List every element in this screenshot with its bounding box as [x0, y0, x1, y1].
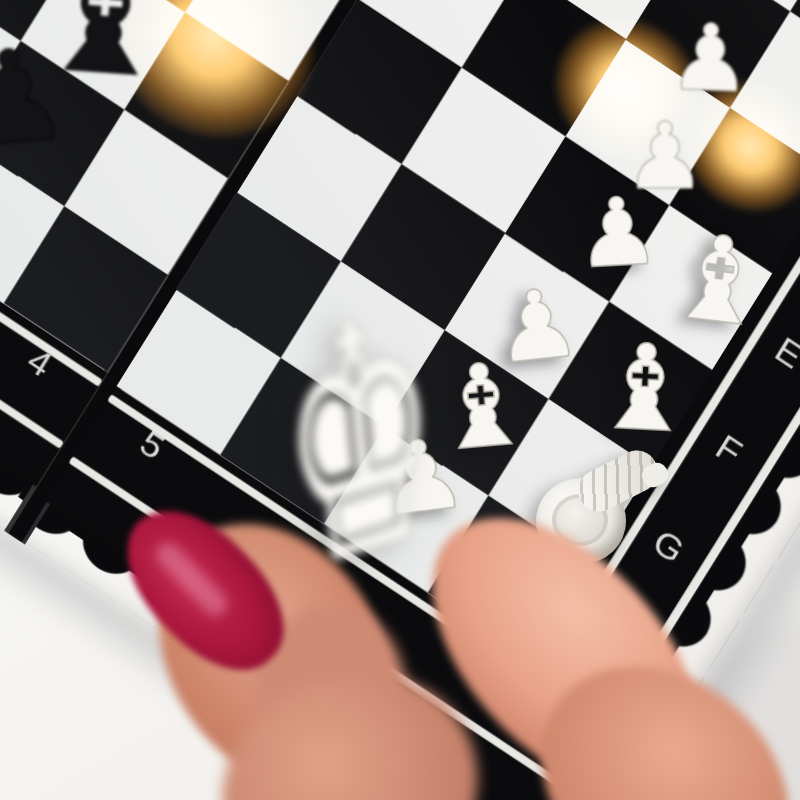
photo-scene: EFGH 5 4 ♟♟♟♟♝♝♝♟♝♟ ♚ — [0, 0, 800, 800]
piece-white-B-f8[interactable]: ♝ — [583, 326, 707, 450]
piece-black-P-g3[interactable]: ♟ — [0, 29, 81, 168]
file-label-F: F — [701, 422, 757, 478]
rank-label-5: 5 — [125, 418, 181, 474]
piece-white-P-c7[interactable]: ♟ — [662, 12, 757, 107]
piece-white-P-e7[interactable]: ♟ — [569, 183, 668, 282]
rank-label-4: 4 — [12, 335, 68, 391]
